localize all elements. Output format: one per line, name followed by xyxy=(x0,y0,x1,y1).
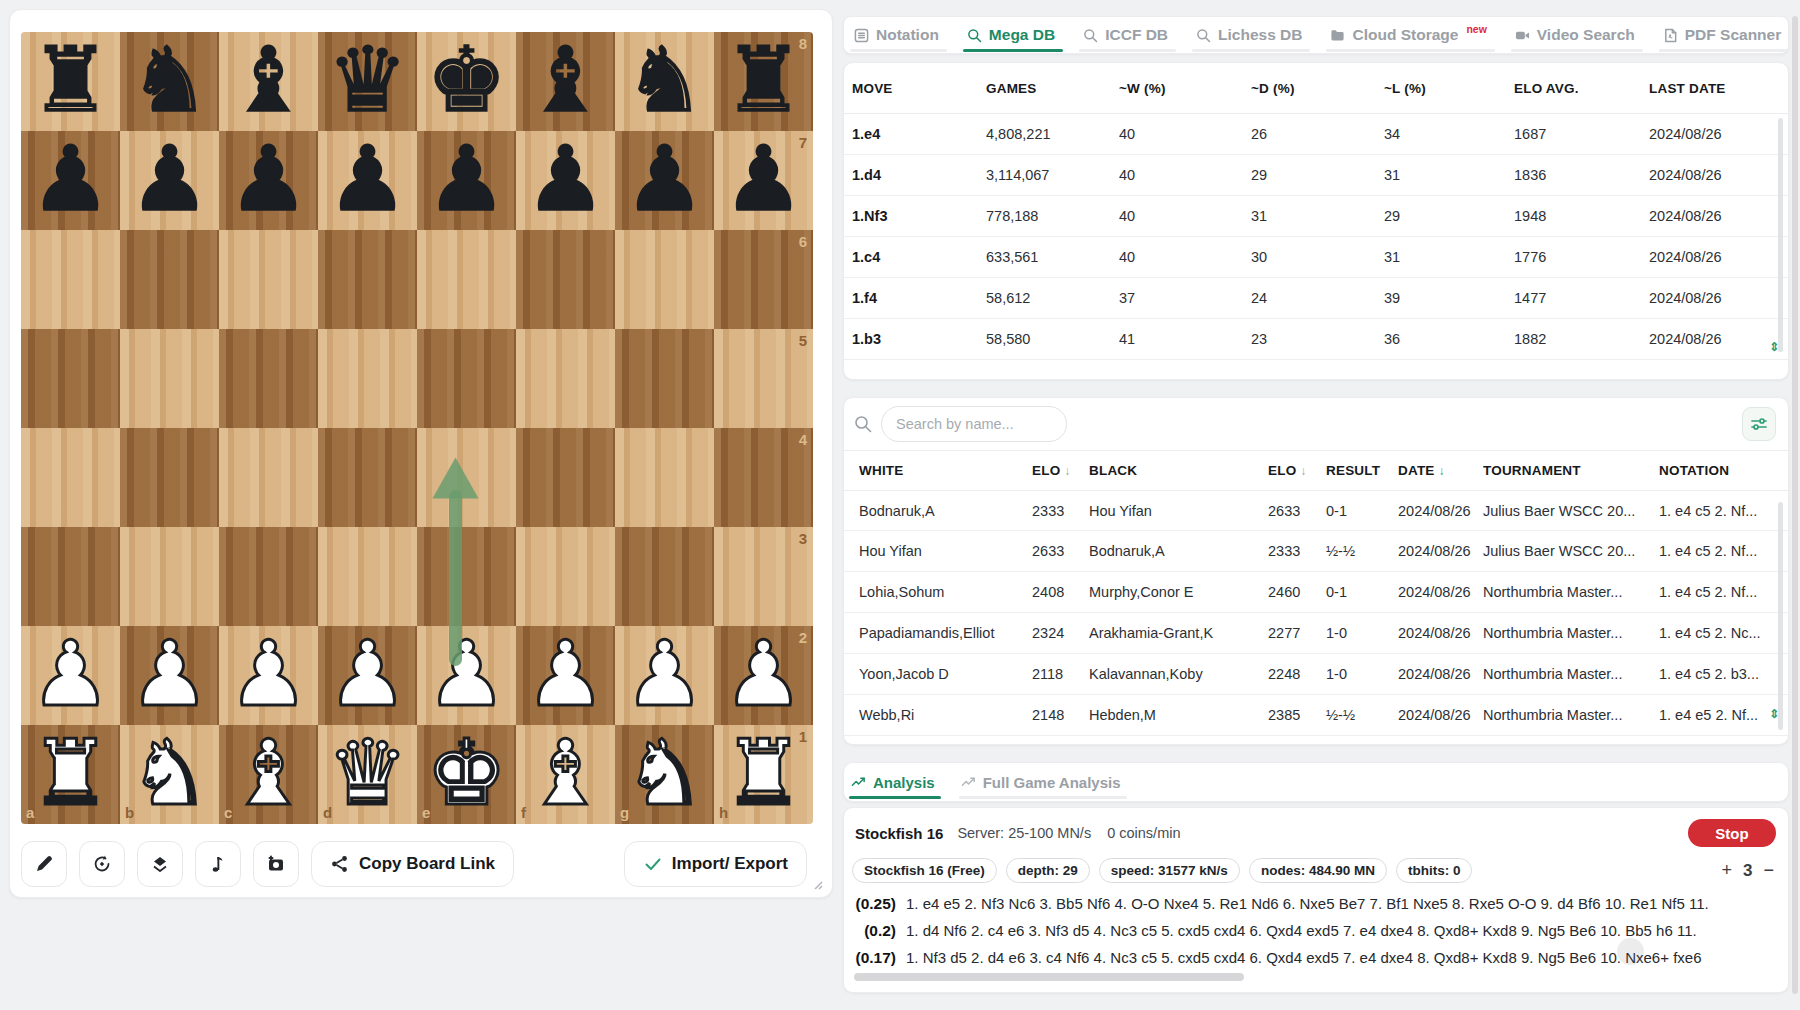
tab-label: PDF Scanner xyxy=(1685,26,1781,44)
game-cell: 1. e4 c5 2. Nf... xyxy=(1659,584,1788,600)
board-toolbar: Copy Board Link Import/ Export xyxy=(21,841,823,887)
games-table-body: Bodnaruk,A2333Hou Yifan26330-12024/08/26… xyxy=(844,490,1788,736)
rank-label-5: 5 xyxy=(799,332,807,349)
square-h5[interactable]: 5 xyxy=(714,329,813,428)
game-row-Yoon-Jacob-D[interactable]: Yoon,Jacob D2118Kalavannan,Koby22481-020… xyxy=(844,654,1788,695)
game-cell: ½-½ xyxy=(1326,543,1398,559)
line-eval: (0.17) xyxy=(844,949,906,967)
square-g3[interactable] xyxy=(615,527,714,626)
move-row-1.d4[interactable]: 1.d43,114,06740293118362024/08/26 xyxy=(844,155,1788,196)
piece-black-rook-a8[interactable]: ♜ xyxy=(21,32,120,131)
square-d6[interactable] xyxy=(318,230,417,329)
piece-white-pawn-c2[interactable]: ♟ xyxy=(219,626,318,725)
copy-board-link-label: Copy Board Link xyxy=(359,854,495,874)
square-d3[interactable] xyxy=(318,527,417,626)
database-tabs: NotationMega DBICCF DBLichess DBCloud St… xyxy=(844,17,1788,53)
game-cell: 2118 xyxy=(1032,666,1089,682)
move-cell: 29 xyxy=(1251,167,1384,183)
piece-white-pawn-g2[interactable]: ♟ xyxy=(615,626,714,725)
analysis-tabs: AnalysisFull Game Analysis xyxy=(844,763,1788,801)
tab-iccf-db[interactable]: ICCF DB xyxy=(1083,17,1168,53)
moves-col-header: MOVE xyxy=(852,81,986,96)
tab-cloud-storage[interactable]: Cloud Storagenew xyxy=(1330,17,1486,53)
game-cell: Murphy,Conor E xyxy=(1089,584,1268,600)
game-cell: 2148 xyxy=(1032,707,1089,723)
engine-line-1[interactable]: (0.25)1. e4 e5 2. Nf3 Nc6 3. Bb5 Nf6 4. … xyxy=(844,890,1778,917)
move-cell: 40 xyxy=(1119,167,1251,183)
square-e3[interactable] xyxy=(417,527,516,626)
coins-rate-label: 0 coins/min xyxy=(1107,825,1180,841)
square-g6[interactable] xyxy=(615,230,714,329)
square-e5[interactable] xyxy=(417,329,516,428)
games-card: WHITEELO↓BLACKELO↓RESULTDATE↓TOURNAMENTN… xyxy=(843,397,1789,745)
tab-label: Analysis xyxy=(873,774,935,791)
move-row-1.b3[interactable]: 1.b358,58041233618822024/08/26 xyxy=(844,319,1788,360)
import-export-label: Import/ Export xyxy=(672,854,788,874)
square-g4[interactable] xyxy=(615,428,714,527)
game-cell: Lohia,Sohum xyxy=(859,584,1032,600)
move-cell: 41 xyxy=(1119,331,1251,347)
rank-label-7: 7 xyxy=(799,134,807,151)
moves-resize-hint-icon[interactable]: ⇕ xyxy=(1769,341,1779,353)
moves-col-header: GAMES xyxy=(986,81,1119,96)
engine-stat-chip: speed: 31577 kN/s xyxy=(1099,858,1240,883)
import-export-button[interactable]: Import/ Export xyxy=(624,841,807,887)
game-cell: 2024/08/26 xyxy=(1398,543,1483,559)
layers-button[interactable] xyxy=(137,841,183,887)
move-cell: 2024/08/26 xyxy=(1649,126,1788,142)
rotate-icon xyxy=(92,854,112,874)
rank-label-4: 4 xyxy=(799,431,807,448)
engine-row: Stockfish 16 Server: 25-100 MN/s 0 coins… xyxy=(844,808,1788,852)
move-cell: 1.f4 xyxy=(852,290,986,306)
file-label-a: a xyxy=(26,804,34,821)
game-cell: Julius Baer WSCC 20... xyxy=(1483,503,1659,519)
line-chart-icon xyxy=(851,775,866,790)
move-row-1.e4[interactable]: 1.e44,808,22140263416872024/08/26 xyxy=(844,114,1788,155)
move-cell: 1687 xyxy=(1514,126,1649,142)
square-c4[interactable] xyxy=(219,428,318,527)
piece-black-bishop-f8[interactable]: ♝ xyxy=(516,32,615,131)
game-cell: Northumbria Master... xyxy=(1483,625,1659,641)
game-cell: 2333 xyxy=(1032,503,1089,519)
piece-black-knight-g8[interactable]: ♞ xyxy=(615,32,714,131)
piece-black-pawn-e7[interactable]: ♟ xyxy=(417,131,516,230)
file-label-c: c xyxy=(224,804,232,821)
line-moves: 1. e4 e5 2. Nf3 Nc6 3. Bb5 Nf6 4. O-O Nx… xyxy=(906,895,1778,912)
move-cell: 1948 xyxy=(1514,208,1649,224)
database-tabs-bar: NotationMega DBICCF DBLichess DBCloud St… xyxy=(843,16,1789,54)
piece-white-pawn-f2[interactable]: ♟ xyxy=(516,626,615,725)
piece-white-bishop-f1[interactable]: ♝ xyxy=(516,725,615,824)
rank-label-2: 2 xyxy=(799,629,807,646)
game-cell: Arakhamia-Grant,K xyxy=(1089,625,1268,641)
square-g5[interactable] xyxy=(615,329,714,428)
engine-stat-chips: Stockfish 16 (Free)depth: 29speed: 31577… xyxy=(852,858,1472,883)
move-cell: 1.c4 xyxy=(852,249,986,265)
move-cell: 58,612 xyxy=(986,290,1119,306)
move-cell: 31 xyxy=(1384,249,1514,265)
games-search-row xyxy=(844,398,1788,451)
square-f6[interactable] xyxy=(516,230,615,329)
game-cell: Papadiamandis,Elliot xyxy=(859,625,1032,641)
rank-label-3: 3 xyxy=(799,530,807,547)
moves-col-header: ~L (%) xyxy=(1384,81,1514,96)
share-icon xyxy=(330,854,350,874)
multipv-count: 3 xyxy=(1743,861,1752,881)
tab-underline xyxy=(1326,49,1494,52)
game-cell: Hebden,M xyxy=(1089,707,1268,723)
opening-moves-card: MOVEGAMES~W (%)~D (%)~L (%)ELO AVG.LAST … xyxy=(843,62,1789,380)
piece-white-pawn-b2[interactable]: ♟ xyxy=(120,626,219,725)
piece-black-bishop-c8[interactable]: ♝ xyxy=(219,32,318,131)
piece-white-pawn-a2[interactable]: ♟ xyxy=(21,626,120,725)
move-row-1.Nf3[interactable]: 1.Nf3778,18840312919482024/08/26 xyxy=(844,196,1788,237)
square-b4[interactable] xyxy=(120,428,219,527)
moves-col-header: LAST DATE xyxy=(1649,81,1788,96)
game-row-Bodnaruk-A[interactable]: Bodnaruk,A2333Hou Yifan26330-12024/08/26… xyxy=(844,490,1788,531)
filter-sliders-icon xyxy=(1750,415,1768,433)
move-cell: 2024/08/26 xyxy=(1649,290,1788,306)
search-input[interactable] xyxy=(881,406,1067,442)
move-cell: 34 xyxy=(1384,126,1514,142)
page-scrollbar[interactable] xyxy=(1792,16,1798,994)
game-cell: 2024/08/26 xyxy=(1398,625,1483,641)
camera-plus-icon xyxy=(266,854,286,874)
tab-label: ICCF DB xyxy=(1105,26,1168,44)
piece-black-pawn-a7[interactable]: ♟ xyxy=(21,131,120,230)
sort--icon[interactable]: ↓ xyxy=(1300,464,1306,478)
tab-label: Notation xyxy=(876,26,939,44)
draw-pencil-button[interactable] xyxy=(21,841,67,887)
game-row-Lohia-Sohum[interactable]: Lohia,Sohum2408Murphy,Conor E24600-12024… xyxy=(844,572,1788,613)
flip-board-button[interactable] xyxy=(79,841,125,887)
moves-col-header: ~D (%) xyxy=(1251,81,1384,96)
tab-underline xyxy=(1192,49,1310,52)
game-cell: 2633 xyxy=(1268,503,1326,519)
tab-label: Cloud Storage xyxy=(1352,26,1458,44)
board-card: 8765432abcdefg1h♜♞♝♛♚♝♞♜♟♟♟♟♟♟♟♟♟♟♟♟♟♟♟♟… xyxy=(9,9,833,898)
move-cell: 36 xyxy=(1384,331,1514,347)
game-cell: ½-½ xyxy=(1326,707,1398,723)
resize-handle-icon[interactable] xyxy=(810,877,824,891)
game-cell: Bodnaruk,A xyxy=(1089,543,1268,559)
sort--icon[interactable]: ↓ xyxy=(1064,464,1070,478)
game-cell: 2024/08/26 xyxy=(1398,707,1483,723)
game-cell: 1. e4 c5 2. Nf... xyxy=(1659,503,1788,519)
square-e4[interactable] xyxy=(417,428,516,527)
games-col-header: RESULT xyxy=(1326,463,1398,478)
game-row-Hou-Yifan[interactable]: Hou Yifan2633Bodnaruk,A2333½-½2024/08/26… xyxy=(844,531,1788,572)
board-snapshot-button[interactable] xyxy=(253,841,299,887)
file-label-e: e xyxy=(422,804,430,821)
chess-database-app: 8765432abcdefg1h♜♞♝♛♚♝♞♜♟♟♟♟♟♟♟♟♟♟♟♟♟♟♟♟… xyxy=(0,0,1800,1010)
square-a3[interactable] xyxy=(21,527,120,626)
file-label-b: b xyxy=(125,804,134,821)
square-c5[interactable] xyxy=(219,329,318,428)
piece-black-pawn-g7[interactable]: ♟ xyxy=(615,131,714,230)
game-cell: Northumbria Master... xyxy=(1483,584,1659,600)
game-cell: 2277 xyxy=(1268,625,1326,641)
piece-white-knight-b1[interactable]: ♞ xyxy=(120,725,219,824)
move-cell: 633,561 xyxy=(986,249,1119,265)
game-cell: 2385 xyxy=(1268,707,1326,723)
square-c6[interactable] xyxy=(219,230,318,329)
square-f3[interactable] xyxy=(516,527,615,626)
tab-underline xyxy=(850,49,947,52)
line-moves: 1. Nf3 d5 2. d4 e6 3. c4 Nf6 4. Nc3 c5 5… xyxy=(906,949,1778,966)
engine-stats-row: Stockfish 16 (Free)depth: 29speed: 31577… xyxy=(844,852,1788,883)
move-cell: 58,580 xyxy=(986,331,1119,347)
games-resize-hint-icon[interactable]: ⇕ xyxy=(1769,708,1779,720)
line-moves: 1. d4 Nf6 2. c4 e6 3. Nf3 d5 4. Nc3 c5 5… xyxy=(906,922,1778,939)
sort-active-icon[interactable]: ↓ xyxy=(1439,464,1445,478)
new-badge: new xyxy=(1466,23,1486,35)
tab-video-search[interactable]: Video Search xyxy=(1515,17,1635,53)
game-cell: 1-0 xyxy=(1326,625,1398,641)
move-cell: 29 xyxy=(1384,208,1514,224)
games-col-header: BLACK xyxy=(1089,463,1268,478)
game-cell: 2324 xyxy=(1032,625,1089,641)
move-cell: 1.Nf3 xyxy=(852,208,986,224)
tab-analysis[interactable]: Analysis xyxy=(851,763,935,801)
piece-white-knight-g1[interactable]: ♞ xyxy=(615,725,714,824)
game-cell: Bodnaruk,A xyxy=(859,503,1032,519)
game-cell: 0-1 xyxy=(1326,584,1398,600)
file-label-h: h xyxy=(719,804,728,821)
engine-stat-chip: tbhits: 0 xyxy=(1396,858,1473,883)
move-cell: 40 xyxy=(1119,126,1251,142)
game-cell: Yoon,Jacob D xyxy=(859,666,1032,682)
game-cell: Webb,Ri xyxy=(859,707,1032,723)
piece-black-pawn-f7[interactable]: ♟ xyxy=(516,131,615,230)
piece-black-pawn-d7[interactable]: ♟ xyxy=(318,131,417,230)
multipv-minus-button[interactable]: − xyxy=(1763,860,1774,881)
square-d5[interactable] xyxy=(318,329,417,428)
move-cell: 778,188 xyxy=(986,208,1119,224)
game-cell: 2024/08/26 xyxy=(1398,503,1483,519)
game-cell: Hou Yifan xyxy=(1089,503,1268,519)
multipv-control: + 3 − xyxy=(1722,860,1775,881)
game-cell: 1-0 xyxy=(1326,666,1398,682)
tab-underline xyxy=(959,796,1127,799)
square-a5[interactable] xyxy=(21,329,120,428)
game-row-Webb-Ri[interactable]: Webb,Ri2148Hebden,M2385½-½2024/08/26Nort… xyxy=(844,695,1788,736)
move-cell: 2024/08/26 xyxy=(1649,249,1788,265)
games-col-header: ELO↓ xyxy=(1268,463,1326,478)
tab-notation[interactable]: Notation xyxy=(854,17,939,53)
piece-white-pawn-d2[interactable]: ♟ xyxy=(318,626,417,725)
piece-black-queen-d8[interactable]: ♛ xyxy=(318,32,417,131)
tab-underline xyxy=(1511,49,1643,52)
move-cell: 2024/08/26 xyxy=(1649,208,1788,224)
tab-full-game-analysis[interactable]: Full Game Analysis xyxy=(961,763,1121,801)
move-cell: 1776 xyxy=(1514,249,1649,265)
move-cell: 40 xyxy=(1119,249,1251,265)
square-b5[interactable] xyxy=(120,329,219,428)
server-speed-label: Server: 25-100 MN/s xyxy=(957,825,1091,841)
music-note-icon xyxy=(208,854,228,874)
rank-label-8: 8 xyxy=(799,35,807,52)
piece-white-queen-d1[interactable]: ♛ xyxy=(318,725,417,824)
rank-label-1: 1 xyxy=(799,728,807,745)
piece-white-rook-a1[interactable]: ♜ xyxy=(21,725,120,824)
square-b6[interactable] xyxy=(120,230,219,329)
moves-col-header: ELO AVG. xyxy=(1514,81,1649,96)
analysis-tabs-bar: AnalysisFull Game Analysis xyxy=(843,762,1789,802)
game-cell: 1. e4 c5 2. b3... xyxy=(1659,666,1788,682)
square-a6[interactable] xyxy=(21,230,120,329)
tab-underline xyxy=(1079,49,1176,52)
move-row-1.f4[interactable]: 1.f458,61237243914772024/08/26 xyxy=(844,278,1788,319)
cursor-highlight xyxy=(1617,938,1644,965)
move-cell: 37 xyxy=(1119,290,1251,306)
moves-table-body: 1.e44,808,22140263416872024/08/261.d43,1… xyxy=(844,114,1788,360)
line-eval: (0.25) xyxy=(844,895,906,913)
move-cell: 31 xyxy=(1384,167,1514,183)
rank-label-6: 6 xyxy=(799,233,807,250)
moves-table-header: MOVEGAMES~W (%)~D (%)~L (%)ELO AVG.LAST … xyxy=(844,63,1788,114)
move-cell: 2024/08/26 xyxy=(1649,167,1788,183)
game-cell: 2633 xyxy=(1032,543,1089,559)
square-a4[interactable] xyxy=(21,428,120,527)
square-b3[interactable] xyxy=(120,527,219,626)
square-h3[interactable]: 3 xyxy=(714,527,813,626)
games-col-header: DATE↓ xyxy=(1398,463,1483,478)
game-cell: 1. e4 c5 2. Nc... xyxy=(1659,625,1788,641)
move-cell: 39 xyxy=(1384,290,1514,306)
search-icon xyxy=(853,414,873,434)
copy-board-link-button[interactable]: Copy Board Link xyxy=(311,841,514,887)
engine-stat-chip: nodes: 484.90 MN xyxy=(1249,858,1387,883)
tab-label: Video Search xyxy=(1537,26,1635,44)
magnifier-icon xyxy=(967,28,982,43)
game-cell: 2460 xyxy=(1268,584,1326,600)
file-label-d: d xyxy=(323,804,332,821)
layers-icon xyxy=(150,854,170,874)
tab-underline xyxy=(849,796,941,799)
square-d4[interactable] xyxy=(318,428,417,527)
game-cell: 2024/08/26 xyxy=(1398,584,1483,600)
move-cell: 3,114,067 xyxy=(986,167,1119,183)
tab-mega-db[interactable]: Mega DB xyxy=(967,17,1055,53)
piece-white-king-e1[interactable]: ♚ xyxy=(417,725,516,824)
games-table-scrollbar[interactable] xyxy=(1778,502,1783,730)
move-cell: 24 xyxy=(1251,290,1384,306)
multipv-plus-button[interactable]: + xyxy=(1722,860,1733,881)
game-cell: Northumbria Master... xyxy=(1483,666,1659,682)
move-cell: 26 xyxy=(1251,126,1384,142)
piece-white-bishop-c1[interactable]: ♝ xyxy=(219,725,318,824)
game-cell: 2248 xyxy=(1268,666,1326,682)
move-cell: 30 xyxy=(1251,249,1384,265)
move-cell: 23 xyxy=(1251,331,1384,347)
move-cell: 1.b3 xyxy=(852,331,986,347)
piece-black-pawn-c7[interactable]: ♟ xyxy=(219,131,318,230)
sound-button[interactable] xyxy=(195,841,241,887)
file-label-f: f xyxy=(521,804,526,821)
piece-black-king-e8[interactable]: ♚ xyxy=(417,32,516,131)
moves-col-header: ~W (%) xyxy=(1119,81,1251,96)
move-cell: 1477 xyxy=(1514,290,1649,306)
square-c3[interactable] xyxy=(219,527,318,626)
game-cell: Julius Baer WSCC 20... xyxy=(1483,543,1659,559)
magnifier-icon xyxy=(1083,28,1098,43)
game-cell: 2024/08/26 xyxy=(1398,666,1483,682)
move-cell: 1836 xyxy=(1514,167,1649,183)
game-cell: Kalavannan,Koby xyxy=(1089,666,1268,682)
game-row-Papadiamandis-Elliot[interactable]: Papadiamandis,Elliot2324Arakhamia-Grant,… xyxy=(844,613,1788,654)
tab-underline xyxy=(1659,49,1789,52)
video-camera-icon xyxy=(1515,28,1530,43)
games-col-header: TOURNAMENT xyxy=(1483,463,1659,478)
stop-button[interactable]: Stop xyxy=(1688,819,1776,847)
games-col-header: WHITE xyxy=(859,463,1032,478)
tab-lichess-db[interactable]: Lichess DB xyxy=(1196,17,1302,53)
square-f4[interactable] xyxy=(516,428,615,527)
games-table-header: WHITEELO↓BLACKELO↓RESULTDATE↓TOURNAMENTN… xyxy=(844,451,1788,490)
move-cell: 1.e4 xyxy=(852,126,986,142)
filter-button[interactable] xyxy=(1742,407,1776,441)
moves-table-scrollbar[interactable] xyxy=(1778,118,1783,352)
game-cell: Northumbria Master... xyxy=(1483,707,1659,723)
move-row-1.c4[interactable]: 1.c4633,56140303117762024/08/26 xyxy=(844,237,1788,278)
check-icon xyxy=(643,854,663,874)
pdf-doc-icon xyxy=(1663,28,1678,43)
move-cell: 1882 xyxy=(1514,331,1649,347)
tab-label: Mega DB xyxy=(989,26,1055,44)
engine-stat-chip: Stockfish 16 (Free) xyxy=(852,858,997,883)
tab-pdf-scanner[interactable]: PDF Scanner xyxy=(1663,17,1781,53)
move-cell: 31 xyxy=(1251,208,1384,224)
analysis-card: Stockfish 16 Server: 25-100 MN/s 0 coins… xyxy=(843,807,1789,993)
move-cell: 2024/08/26 xyxy=(1649,331,1788,347)
notation-doc-icon xyxy=(854,28,869,43)
square-h6[interactable]: 6 xyxy=(714,230,813,329)
magnifier-icon xyxy=(1196,28,1211,43)
move-cell: 1.d4 xyxy=(852,167,986,183)
chess-board[interactable]: 8765432abcdefg1h♜♞♝♛♚♝♞♜♟♟♟♟♟♟♟♟♟♟♟♟♟♟♟♟… xyxy=(21,32,813,824)
game-cell: 0-1 xyxy=(1326,503,1398,519)
tab-underline xyxy=(963,49,1063,52)
engine-name: Stockfish 16 xyxy=(855,825,943,842)
folder-icon xyxy=(1330,28,1345,43)
file-label-g: g xyxy=(620,804,629,821)
pencil-icon xyxy=(34,854,54,874)
game-cell: 2408 xyxy=(1032,584,1089,600)
game-cell: 2333 xyxy=(1268,543,1326,559)
line-chart-icon xyxy=(961,775,976,790)
move-cell: 4,808,221 xyxy=(986,126,1119,142)
engine-stat-chip: depth: 29 xyxy=(1006,858,1090,883)
square-e6[interactable] xyxy=(417,230,516,329)
piece-white-pawn-e2[interactable]: ♟ xyxy=(417,626,516,725)
move-cell: 40 xyxy=(1119,208,1251,224)
piece-black-pawn-b7[interactable]: ♟ xyxy=(120,131,219,230)
games-col-header: ELO↓ xyxy=(1032,463,1089,478)
line-eval: (0.2) xyxy=(844,922,906,940)
games-col-header: NOTATION xyxy=(1659,463,1788,478)
game-cell: Hou Yifan xyxy=(859,543,1032,559)
piece-black-knight-b8[interactable]: ♞ xyxy=(120,32,219,131)
lines-horizontal-scrollbar[interactable] xyxy=(854,973,1244,981)
game-cell: 1. e4 c5 2. Nf... xyxy=(1659,543,1788,559)
tab-label: Full Game Analysis xyxy=(983,774,1121,791)
square-h4[interactable]: 4 xyxy=(714,428,813,527)
tab-label: Lichess DB xyxy=(1218,26,1302,44)
square-f5[interactable] xyxy=(516,329,615,428)
